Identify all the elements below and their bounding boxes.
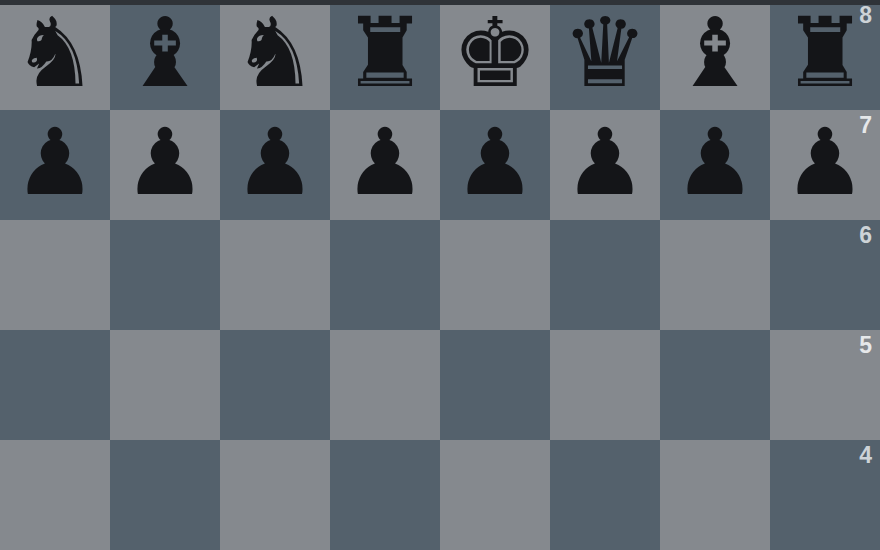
rank-label-6: 6 [859, 224, 872, 247]
black-knight[interactable]: ♞ [232, 0, 318, 108]
rank-label-5: 5 [859, 334, 872, 357]
black-bishop[interactable]: ♝ [122, 0, 208, 108]
square-b6[interactable] [110, 220, 220, 330]
square-a5[interactable] [0, 330, 110, 440]
square-d5[interactable] [330, 330, 440, 440]
square-h6[interactable]: 6 [770, 220, 880, 330]
square-b5[interactable] [110, 330, 220, 440]
square-h7[interactable]: ♟7 [770, 110, 880, 220]
square-e6[interactable] [440, 220, 550, 330]
square-g4[interactable] [660, 440, 770, 550]
square-b4[interactable] [110, 440, 220, 550]
black-pawn[interactable]: ♟ [234, 108, 316, 218]
square-f7[interactable]: ♟ [550, 110, 660, 220]
square-c8[interactable]: ♞ [220, 0, 330, 110]
square-c5[interactable] [220, 330, 330, 440]
square-d8[interactable]: ♜ [330, 0, 440, 110]
square-g8[interactable]: ♝ [660, 0, 770, 110]
rank-label-8: 8 [859, 4, 872, 27]
black-pawn[interactable]: ♟ [14, 108, 96, 218]
chessboard[interactable]: ♞♝♞♜♚♛♝♜8♟♟♟♟♟♟♟♟7654 [0, 0, 880, 550]
square-c4[interactable] [220, 440, 330, 550]
black-knight[interactable]: ♞ [12, 0, 98, 108]
square-g6[interactable] [660, 220, 770, 330]
black-pawn[interactable]: ♟ [124, 108, 206, 218]
square-c6[interactable] [220, 220, 330, 330]
rank-label-4: 4 [859, 444, 872, 467]
black-pawn[interactable]: ♟ [674, 108, 756, 218]
square-f8[interactable]: ♛ [550, 0, 660, 110]
square-c7[interactable]: ♟ [220, 110, 330, 220]
black-rook[interactable]: ♜ [342, 0, 428, 108]
black-rook[interactable]: ♜ [782, 0, 868, 108]
rank-label-7: 7 [859, 114, 872, 137]
black-pawn[interactable]: ♟ [454, 108, 536, 218]
square-h4[interactable]: 4 [770, 440, 880, 550]
black-bishop[interactable]: ♝ [672, 0, 758, 108]
square-f6[interactable] [550, 220, 660, 330]
square-f5[interactable] [550, 330, 660, 440]
square-a8[interactable]: ♞ [0, 0, 110, 110]
black-pawn[interactable]: ♟ [344, 108, 426, 218]
square-a6[interactable] [0, 220, 110, 330]
square-d6[interactable] [330, 220, 440, 330]
square-e5[interactable] [440, 330, 550, 440]
black-queen[interactable]: ♛ [562, 0, 648, 108]
square-g5[interactable] [660, 330, 770, 440]
square-d7[interactable]: ♟ [330, 110, 440, 220]
square-a4[interactable] [0, 440, 110, 550]
black-pawn[interactable]: ♟ [564, 108, 646, 218]
square-e4[interactable] [440, 440, 550, 550]
board-top-border [0, 0, 880, 5]
chessboard-viewport: ♞♝♞♜♚♛♝♜8♟♟♟♟♟♟♟♟7654 [0, 0, 880, 550]
square-b8[interactable]: ♝ [110, 0, 220, 110]
square-h5[interactable]: 5 [770, 330, 880, 440]
square-f4[interactable] [550, 440, 660, 550]
square-e7[interactable]: ♟ [440, 110, 550, 220]
black-king[interactable]: ♚ [452, 0, 538, 108]
square-e8[interactable]: ♚ [440, 0, 550, 110]
square-b7[interactable]: ♟ [110, 110, 220, 220]
square-g7[interactable]: ♟ [660, 110, 770, 220]
square-d4[interactable] [330, 440, 440, 550]
black-pawn[interactable]: ♟ [784, 108, 866, 218]
square-a7[interactable]: ♟ [0, 110, 110, 220]
square-h8[interactable]: ♜8 [770, 0, 880, 110]
